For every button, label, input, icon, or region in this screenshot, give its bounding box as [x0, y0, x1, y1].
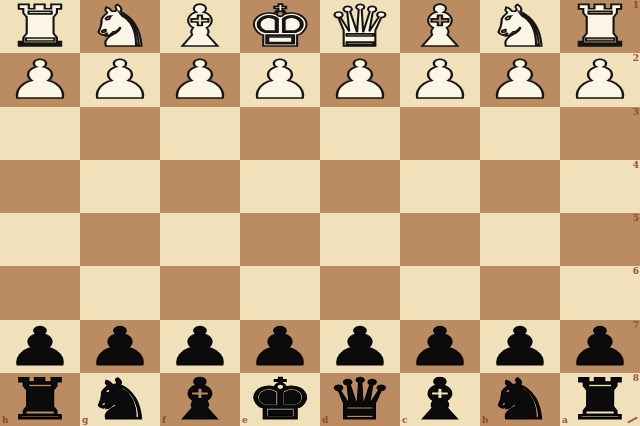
square-a4[interactable]: 4: [560, 160, 640, 213]
square-g3[interactable]: [80, 107, 160, 160]
square-b4[interactable]: [480, 160, 560, 213]
square-a5[interactable]: 5: [560, 213, 640, 266]
square-f4[interactable]: [160, 160, 240, 213]
square-d3[interactable]: [320, 107, 400, 160]
square-b6[interactable]: [480, 266, 560, 319]
chess-board-container: ♜♞♝♚♛♝♞♜1♟♟♟♟♟♟♟♟23456♟♟♟♟♟♟♟♟7♜h♞g♝f♚e♛…: [0, 0, 640, 426]
square-c5[interactable]: [400, 213, 480, 266]
square-a7[interactable]: ♟7: [560, 320, 640, 373]
square-f3[interactable]: [160, 107, 240, 160]
square-d4[interactable]: [320, 160, 400, 213]
square-g5[interactable]: [80, 213, 160, 266]
square-c3[interactable]: [400, 107, 480, 160]
white-rook-icon[interactable]: ♜: [547, 0, 640, 53]
square-a1[interactable]: ♜1: [560, 0, 640, 53]
square-e3[interactable]: [240, 107, 320, 160]
square-h6[interactable]: [0, 266, 80, 319]
square-c6[interactable]: [400, 266, 480, 319]
square-a2[interactable]: ♟2: [560, 53, 640, 106]
square-a3[interactable]: 3: [560, 107, 640, 160]
square-e5[interactable]: [240, 213, 320, 266]
chess-board: ♜♞♝♚♛♝♞♜1♟♟♟♟♟♟♟♟23456♟♟♟♟♟♟♟♟7♜h♞g♝f♚e♛…: [0, 0, 640, 426]
black-rook-icon[interactable]: ♜: [547, 373, 640, 426]
rank-label-6: 6: [633, 267, 639, 276]
rank-label-5: 5: [633, 214, 639, 223]
white-pawn-icon[interactable]: ♟: [541, 54, 640, 108]
square-b5[interactable]: [480, 213, 560, 266]
square-d6[interactable]: [320, 266, 400, 319]
square-e6[interactable]: [240, 266, 320, 319]
square-a8[interactable]: ♜8a: [560, 373, 640, 426]
square-c4[interactable]: [400, 160, 480, 213]
square-h5[interactable]: [0, 213, 80, 266]
square-d5[interactable]: [320, 213, 400, 266]
square-h3[interactable]: [0, 107, 80, 160]
square-b3[interactable]: [480, 107, 560, 160]
square-f5[interactable]: [160, 213, 240, 266]
square-e4[interactable]: [240, 160, 320, 213]
square-g4[interactable]: [80, 160, 160, 213]
rank-label-4: 4: [633, 161, 639, 170]
square-h4[interactable]: [0, 160, 80, 213]
square-a6[interactable]: 6: [560, 266, 640, 319]
square-f6[interactable]: [160, 266, 240, 319]
square-g6[interactable]: [80, 266, 160, 319]
